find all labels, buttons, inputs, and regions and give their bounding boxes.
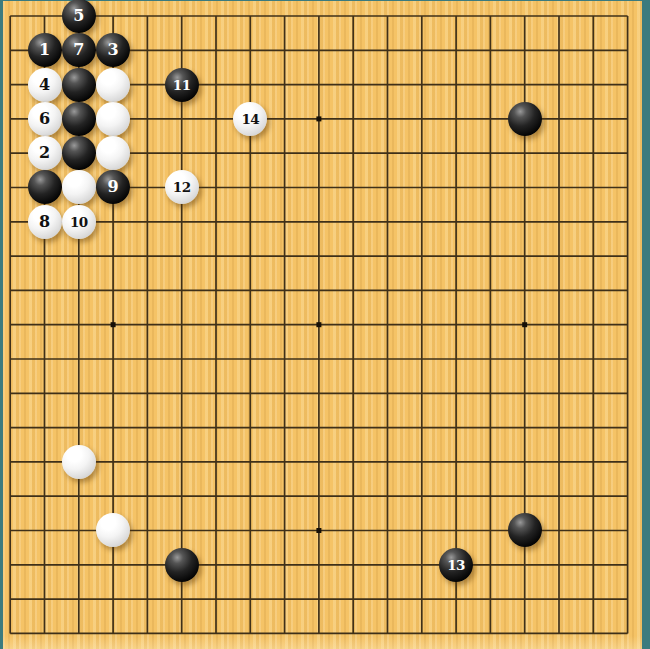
move-number-label: 7	[73, 33, 84, 67]
stone-black-C17	[62, 68, 96, 102]
move-number-label: 12	[173, 170, 191, 204]
stone-black-C18-move7: 7	[62, 33, 96, 67]
move-number-label: 2	[39, 136, 50, 170]
stones-layer: 5173411614291281013	[0, 0, 645, 649]
stone-black-D18-move3: 3	[96, 33, 130, 67]
move-number-label: 4	[39, 68, 50, 102]
move-number-label: 5	[73, 0, 84, 33]
stone-white-B17-move4: 4	[28, 68, 62, 102]
move-number-label: 3	[108, 33, 119, 67]
move-number-label: 13	[447, 548, 465, 582]
stone-white-B16-move6: 6	[28, 102, 62, 136]
stone-white-D4	[96, 513, 130, 547]
stone-black-Q16	[508, 102, 542, 136]
go-board[interactable]: 5173411614291281013	[3, 1, 642, 649]
move-number-label: 8	[39, 205, 50, 239]
move-number-label: 6	[39, 102, 50, 136]
stone-white-D17	[96, 68, 130, 102]
stone-black-C16	[62, 102, 96, 136]
stone-black-B14	[28, 170, 62, 204]
move-number-label: 9	[108, 170, 119, 204]
stone-white-F14-move12: 12	[165, 170, 199, 204]
stone-black-F3	[165, 548, 199, 582]
stone-white-D16	[96, 102, 130, 136]
stone-black-C15	[62, 136, 96, 170]
stone-white-C14	[62, 170, 96, 204]
move-number-label: 14	[241, 102, 259, 136]
stone-black-D14-move9: 9	[96, 170, 130, 204]
stone-black-C19-move5: 5	[62, 0, 96, 33]
stone-white-C13-move10: 10	[62, 205, 96, 239]
stone-white-B15-move2: 2	[28, 136, 62, 170]
go-diagram-background: 5173411614291281013	[0, 0, 650, 649]
move-number-label: 1	[39, 33, 50, 67]
stone-white-B13-move8: 8	[28, 205, 62, 239]
stone-white-D15	[96, 136, 130, 170]
stone-white-H16-move14: 14	[233, 102, 267, 136]
stone-black-F17-move11: 11	[165, 68, 199, 102]
stone-black-O3-move13: 13	[439, 548, 473, 582]
stone-black-Q4	[508, 513, 542, 547]
move-number-label: 11	[173, 68, 191, 102]
stone-white-C6	[62, 445, 96, 479]
move-number-label: 10	[70, 205, 88, 239]
stone-black-B18-move1: 1	[28, 33, 62, 67]
